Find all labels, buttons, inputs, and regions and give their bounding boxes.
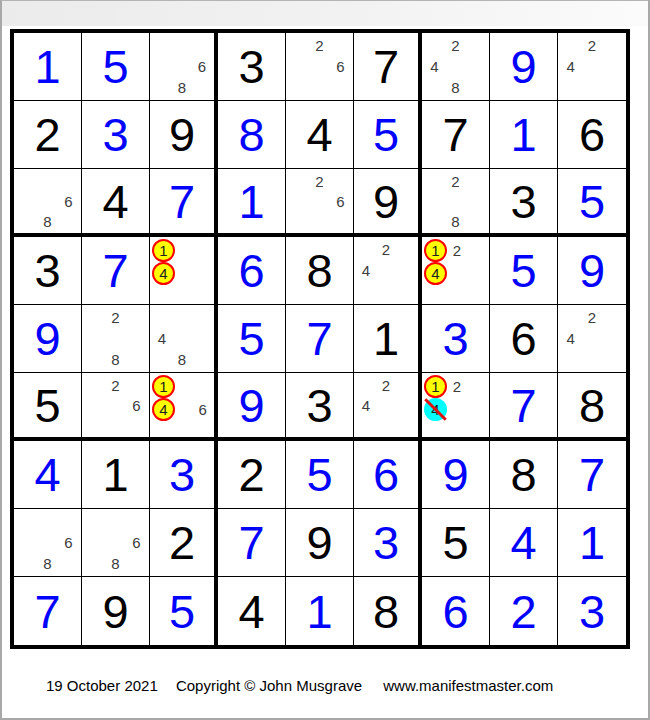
candidate-layer: 28 [84, 307, 147, 370]
candidate-pos-6: 6 [58, 191, 79, 211]
solved-digit: 5 [169, 588, 195, 635]
given-digit: 2 [169, 519, 195, 566]
candidate-pos-1 [560, 307, 581, 328]
cell-r2c9[interactable]: 6 [558, 101, 626, 169]
cell-r6c2[interactable]: 26 [82, 373, 150, 441]
candidate-4: 4 [362, 263, 370, 278]
cell-r1c3[interactable]: 68 [150, 33, 218, 101]
footer: 19 October 2021 Copyright © John Musgrav… [2, 677, 648, 694]
candidate-layer: 68 [16, 171, 79, 231]
candidate-8: 8 [178, 352, 186, 367]
candidate-pos-4: 4 [424, 56, 445, 77]
candidate-layer: 68 [16, 511, 79, 574]
candidate-pos-5 [445, 191, 466, 211]
candidate-pos-6: 6 [126, 532, 147, 553]
candidate-pos-6 [467, 262, 487, 285]
candidate-pos-2 [175, 375, 194, 398]
candidate-layer: 68 [84, 511, 147, 574]
candidate-pos-7 [84, 553, 105, 574]
given-digit: 3 [34, 247, 60, 294]
cell-r3c7[interactable]: 28 [422, 169, 490, 237]
candidate-pos-1 [288, 171, 309, 191]
cell-r1c9[interactable]: 24 [558, 33, 626, 101]
footer-date: 19 October 2021 [46, 677, 158, 694]
candidate-pos-1 [16, 511, 37, 532]
given-digit: 6 [510, 315, 536, 362]
candidate-pos-3 [192, 35, 212, 56]
candidate-pos-4 [288, 191, 309, 211]
candidate-pos-8 [309, 77, 330, 98]
candidate-pos-8 [105, 415, 126, 435]
candidate-pos-7 [152, 421, 175, 435]
candidate-pos-3 [58, 511, 79, 532]
given-digit: 9 [373, 178, 399, 225]
cell-r2c1[interactable]: 2 [14, 101, 82, 169]
cell-r7c3[interactable]: 3 [150, 441, 218, 509]
candidate-pos-3 [467, 239, 487, 262]
cell-r1c5[interactable]: 26 [286, 33, 354, 101]
solved-digit: 2 [510, 588, 536, 635]
candidate-pos-4 [16, 191, 37, 211]
candidate-pos-2: 2 [105, 307, 126, 328]
candidate-pos-6 [466, 191, 487, 211]
candidate-8: 8 [451, 80, 459, 95]
given-digit: 8 [510, 451, 536, 498]
cell-r2c8[interactable]: 1 [490, 101, 558, 169]
solved-digit: 5 [306, 451, 332, 498]
solved-digit: 4 [34, 451, 60, 498]
candidate-8: 8 [43, 556, 51, 571]
candidate-pos-9 [466, 77, 487, 98]
cell-r7c1[interactable]: 4 [14, 441, 82, 509]
cell-r6c9[interactable]: 8 [558, 373, 626, 441]
solved-digit: 1 [306, 588, 332, 635]
cell-r9c3[interactable]: 5 [150, 577, 218, 645]
candidate-pos-6 [603, 328, 624, 349]
cell-r8c1[interactable]: 68 [14, 509, 82, 577]
candidate-pos-1: 1 [152, 239, 175, 262]
candidate-pos-4: 4 [424, 262, 447, 285]
candidate-pos-5 [376, 260, 396, 281]
candidate-pos-7 [424, 421, 447, 435]
candidate-pos-7 [560, 77, 581, 98]
candidate-pos-5 [445, 56, 466, 77]
solved-digit: 7 [579, 451, 605, 498]
candidate-pos-8 [447, 421, 467, 435]
candidate-pos-1: 1 [152, 375, 175, 398]
candidate-layer: 146 [152, 375, 212, 435]
cell-r6c6[interactable]: 24 [354, 373, 422, 441]
candidate-digit: 4 [431, 266, 439, 281]
cell-r9c5[interactable]: 1 [286, 577, 354, 645]
candidate-pos-9 [396, 415, 416, 435]
cell-r9c9[interactable]: 3 [558, 577, 626, 645]
candidate-pos-5 [37, 532, 58, 553]
candidate-pos-3 [396, 239, 416, 260]
cell-r7c6[interactable]: 6 [354, 441, 422, 509]
cell-r8c5[interactable]: 9 [286, 509, 354, 577]
circled-candidate-1: 1 [152, 239, 175, 262]
solved-digit: 6 [442, 588, 468, 635]
candidate-pos-8: 8 [445, 77, 466, 98]
cell-r4c4[interactable]: 6 [218, 237, 286, 305]
given-digit: 2 [34, 111, 60, 158]
candidate-2: 2 [453, 379, 461, 394]
candidate-pos-7 [152, 77, 172, 98]
candidate-pos-8 [309, 211, 330, 231]
candidate-pos-7 [84, 415, 105, 435]
candidate-pos-5 [581, 328, 602, 349]
candidate-pos-2: 2 [445, 171, 466, 191]
cell-r8c9[interactable]: 1 [558, 509, 626, 577]
candidate-pos-5 [105, 328, 126, 349]
candidate-pos-2: 2 [105, 375, 126, 395]
candidate-pos-8: 8 [445, 211, 466, 231]
cell-r4c9[interactable]: 9 [558, 237, 626, 305]
cell-r6c7[interactable]: 124 [422, 373, 490, 441]
cell-r9c6[interactable]: 8 [354, 577, 422, 645]
candidate-pos-8: 8 [37, 211, 58, 231]
candidate-pos-3 [58, 171, 79, 191]
candidate-pos-9 [330, 211, 351, 231]
candidate-pos-5 [172, 56, 192, 77]
candidate-pos-9 [126, 349, 147, 370]
candidate-pos-5 [37, 191, 58, 211]
cell-r9c7[interactable]: 6 [422, 577, 490, 645]
cell-r3c2[interactable]: 4 [82, 169, 150, 237]
candidate-pos-6 [467, 398, 487, 421]
candidate-2: 2 [451, 174, 459, 189]
solved-digit: 7 [306, 315, 332, 362]
candidate-pos-9 [58, 553, 79, 574]
given-digit: 5 [442, 519, 468, 566]
cell-r8c7[interactable]: 5 [422, 509, 490, 577]
candidate-pos-6: 6 [192, 56, 212, 77]
candidate-pos-1 [356, 239, 376, 260]
cell-r4c5[interactable]: 8 [286, 237, 354, 305]
cell-r3c5[interactable]: 26 [286, 169, 354, 237]
candidate-pos-7 [288, 211, 309, 231]
candidate-digit: 4 [431, 402, 439, 417]
sudoku-board: 1568326724892423984571668471269283537146… [10, 29, 630, 649]
candidate-pos-8: 8 [105, 349, 126, 370]
circled-candidate-4: 4 [152, 398, 175, 421]
candidate-pos-4 [84, 532, 105, 553]
candidate-pos-7 [424, 211, 445, 231]
given-digit: 5 [34, 382, 60, 429]
given-digit: 7 [442, 111, 468, 158]
candidate-pos-9 [603, 77, 624, 98]
candidate-pos-7 [288, 77, 309, 98]
solved-digit: 5 [579, 178, 605, 225]
cell-r1c6[interactable]: 7 [354, 33, 422, 101]
candidate-pos-9 [192, 77, 212, 98]
candidate-pos-3 [603, 35, 624, 56]
cell-r6c5[interactable]: 3 [286, 373, 354, 441]
candidate-digit: 4 [159, 402, 167, 417]
title-bar [2, 1, 648, 26]
cell-r9c2[interactable]: 9 [82, 577, 150, 645]
cell-r2c5[interactable]: 4 [286, 101, 354, 169]
given-digit: 8 [579, 382, 605, 429]
solved-digit: 6 [238, 247, 264, 294]
given-digit: 1 [373, 315, 399, 362]
candidate-pos-7 [356, 281, 376, 302]
solved-digit: 1 [34, 43, 60, 90]
candidate-pos-3 [603, 307, 624, 328]
given-digit: 4 [238, 588, 264, 635]
cell-r3c6[interactable]: 9 [354, 169, 422, 237]
solved-digit: 5 [373, 111, 399, 158]
cell-r8c8[interactable]: 4 [490, 509, 558, 577]
cell-r3c4[interactable]: 1 [218, 169, 286, 237]
candidate-layer: 24 [560, 35, 624, 98]
eliminated-candidate-4: 4 [424, 398, 447, 421]
candidate-pos-9 [192, 349, 212, 370]
candidate-pos-2 [175, 239, 194, 262]
candidate-pos-3 [396, 375, 416, 395]
candidate-4: 4 [158, 331, 166, 346]
candidate-pos-6: 6 [126, 395, 147, 415]
cell-r1c7[interactable]: 248 [422, 33, 490, 101]
cell-r6c8[interactable]: 7 [490, 373, 558, 441]
candidate-digit: 1 [159, 379, 167, 394]
candidate-8: 8 [43, 214, 51, 229]
candidate-layer: 26 [84, 375, 147, 435]
candidate-pos-5 [581, 56, 602, 77]
candidate-2: 2 [382, 242, 390, 257]
candidate-pos-2 [172, 307, 192, 328]
candidate-pos-4 [424, 191, 445, 211]
cell-r7c2[interactable]: 1 [82, 441, 150, 509]
cell-r6c4[interactable]: 9 [218, 373, 286, 441]
candidate-pos-3 [194, 375, 213, 398]
cell-r9c4[interactable]: 4 [218, 577, 286, 645]
candidate-pos-1 [84, 307, 105, 328]
candidate-pos-9 [603, 349, 624, 370]
cell-r1c8[interactable]: 9 [490, 33, 558, 101]
candidate-pos-1 [152, 35, 172, 56]
candidate-6: 6 [132, 398, 140, 413]
cell-r1c1[interactable]: 1 [14, 33, 82, 101]
candidate-pos-1 [152, 307, 172, 328]
candidate-pos-3 [330, 35, 351, 56]
candidate-pos-9 [330, 77, 351, 98]
candidate-pos-2 [172, 35, 192, 56]
candidate-6: 6 [336, 59, 344, 74]
solved-digit: 5 [102, 43, 128, 90]
cell-r5c2[interactable]: 28 [82, 305, 150, 373]
solved-digit: 5 [510, 247, 536, 294]
solved-digit: 3 [373, 519, 399, 566]
cell-r7c4[interactable]: 2 [218, 441, 286, 509]
candidate-digit: 1 [159, 243, 167, 258]
circled-candidate-1: 1 [152, 375, 175, 398]
solved-digit: 3 [579, 588, 605, 635]
cell-r2c4[interactable]: 8 [218, 101, 286, 169]
cell-r4c6[interactable]: 24 [354, 237, 422, 305]
candidate-pos-1 [424, 171, 445, 191]
candidate-pos-2: 2 [309, 171, 330, 191]
solved-digit: 7 [169, 178, 195, 225]
cell-r2c7[interactable]: 7 [422, 101, 490, 169]
cell-r5c4[interactable]: 5 [218, 305, 286, 373]
solved-digit: 6 [373, 451, 399, 498]
candidate-pos-8 [376, 415, 396, 435]
candidate-pos-8: 8 [105, 553, 126, 574]
solved-digit: 7 [510, 382, 536, 429]
cell-r7c8[interactable]: 8 [490, 441, 558, 509]
candidate-pos-3 [467, 375, 487, 398]
cell-r4c1[interactable]: 3 [14, 237, 82, 305]
candidate-pos-1 [356, 375, 376, 395]
candidate-pos-4: 4 [152, 398, 175, 421]
cell-r5c1[interactable]: 9 [14, 305, 82, 373]
cell-r8c6[interactable]: 3 [354, 509, 422, 577]
cell-r6c3[interactable]: 146 [150, 373, 218, 441]
cell-r4c2[interactable]: 7 [82, 237, 150, 305]
candidate-pos-1 [84, 511, 105, 532]
candidate-pos-6 [192, 328, 212, 349]
candidate-pos-7 [424, 77, 445, 98]
candidate-2: 2 [451, 38, 459, 53]
cell-r3c8[interactable]: 3 [490, 169, 558, 237]
solved-digit: 9 [510, 43, 536, 90]
candidate-pos-7 [16, 211, 37, 231]
cell-r7c7[interactable]: 9 [422, 441, 490, 509]
candidate-pos-2: 2 [445, 35, 466, 56]
candidate-6: 6 [199, 402, 207, 417]
candidate-pos-9 [467, 421, 487, 435]
candidate-2: 2 [315, 174, 323, 189]
candidate-layer: 24 [356, 239, 416, 302]
cell-r9c8[interactable]: 2 [490, 577, 558, 645]
solved-digit: 4 [510, 519, 536, 566]
candidate-pos-5 [309, 56, 330, 77]
candidate-pos-8: 8 [37, 553, 58, 574]
candidate-digit: 1 [431, 379, 439, 394]
circled-candidate-1: 1 [424, 239, 447, 262]
candidate-pos-2: 2 [581, 35, 602, 56]
cell-r2c3[interactable]: 9 [150, 101, 218, 169]
solved-digit: 1 [510, 111, 536, 158]
solved-digit: 1 [238, 178, 264, 225]
cell-r5c6[interactable]: 1 [354, 305, 422, 373]
cell-r5c5[interactable]: 7 [286, 305, 354, 373]
footer-copyright: Copyright © John Musgrave [176, 677, 362, 694]
solved-digit: 9 [442, 451, 468, 498]
candidate-pos-4 [84, 395, 105, 415]
candidate-pos-2 [37, 511, 58, 532]
candidate-pos-3 [192, 307, 212, 328]
cell-r5c8[interactable]: 6 [490, 305, 558, 373]
cell-r8c2[interactable]: 68 [82, 509, 150, 577]
candidate-pos-1 [560, 35, 581, 56]
candidate-pos-7 [84, 349, 105, 370]
cell-r1c2[interactable]: 5 [82, 33, 150, 101]
given-digit: 8 [373, 588, 399, 635]
solved-digit: 1 [579, 519, 605, 566]
candidate-pos-4 [84, 328, 105, 349]
candidate-pos-3 [126, 307, 147, 328]
candidate-layer: 248 [424, 35, 487, 98]
sudoku-app-window: 1568326724892423984571668471269283537146… [0, 0, 650, 720]
candidate-pos-4: 4 [560, 56, 581, 77]
cell-r5c9[interactable]: 24 [558, 305, 626, 373]
cell-r4c3[interactable]: 14 [150, 237, 218, 305]
candidate-pos-3 [466, 35, 487, 56]
cell-r5c7[interactable]: 3 [422, 305, 490, 373]
candidate-layer: 68 [152, 35, 212, 98]
candidate-pos-9 [126, 553, 147, 574]
candidate-pos-9 [396, 281, 416, 302]
cell-r8c4[interactable]: 7 [218, 509, 286, 577]
candidate-pos-8: 8 [172, 77, 192, 98]
candidate-pos-4 [288, 56, 309, 77]
candidate-pos-7 [152, 285, 175, 302]
cell-r7c9[interactable]: 7 [558, 441, 626, 509]
cell-r3c1[interactable]: 68 [14, 169, 82, 237]
candidate-pos-1 [84, 375, 105, 395]
candidate-8: 8 [111, 352, 119, 367]
solved-digit: 5 [238, 315, 264, 362]
candidate-layer: 24 [356, 375, 416, 435]
candidate-pos-3 [126, 511, 147, 532]
cell-r2c2[interactable]: 3 [82, 101, 150, 169]
solved-digit: 3 [102, 111, 128, 158]
candidate-layer: 24 [560, 307, 624, 370]
cell-r9c1[interactable]: 7 [14, 577, 82, 645]
cell-r7c5[interactable]: 5 [286, 441, 354, 509]
cell-r5c3[interactable]: 48 [150, 305, 218, 373]
candidate-pos-3 [194, 239, 213, 262]
given-digit: 3 [306, 382, 332, 429]
candidate-pos-5 [172, 328, 192, 349]
candidate-4: 4 [566, 331, 574, 346]
candidate-pos-6: 6 [330, 56, 351, 77]
solved-digit: 8 [238, 111, 264, 158]
candidate-pos-2 [105, 511, 126, 532]
cell-r3c9[interactable]: 5 [558, 169, 626, 237]
candidate-pos-1: 1 [424, 239, 447, 262]
candidate-pos-5 [447, 398, 467, 421]
candidate-pos-3 [330, 171, 351, 191]
cell-r4c8[interactable]: 5 [490, 237, 558, 305]
given-digit: 1 [102, 451, 128, 498]
given-digit: 3 [238, 43, 264, 90]
candidate-pos-7 [152, 349, 172, 370]
candidate-pos-9 [194, 421, 213, 435]
candidate-2: 2 [382, 378, 390, 393]
cell-r4c7[interactable]: 124 [422, 237, 490, 305]
candidate-pos-4: 4 [152, 262, 175, 285]
candidate-pos-8 [581, 77, 602, 98]
candidate-2: 2 [453, 243, 461, 258]
cell-r8c3[interactable]: 2 [150, 509, 218, 577]
given-digit: 6 [579, 111, 605, 158]
cell-r2c6[interactable]: 5 [354, 101, 422, 169]
candidate-2: 2 [111, 378, 119, 393]
cell-r1c4[interactable]: 3 [218, 33, 286, 101]
candidate-pos-4: 4 [356, 260, 376, 281]
candidate-pos-5 [376, 395, 396, 415]
cell-r6c1[interactable]: 5 [14, 373, 82, 441]
candidate-pos-2: 2 [581, 307, 602, 328]
candidate-pos-6 [396, 260, 416, 281]
cell-r3c3[interactable]: 7 [150, 169, 218, 237]
candidate-pos-7 [356, 415, 376, 435]
given-digit: 4 [306, 111, 332, 158]
